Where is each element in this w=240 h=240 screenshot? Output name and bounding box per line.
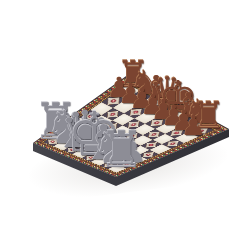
chess-set-photo: ♜♞♝♛♚♝♞♜♟♟♟♟♟♟♟♟♟♟♟♟♟♟♟♟♜♞♝♛♚♝♞♜ <box>0 0 240 240</box>
pieces-layer: ♜♞♝♛♚♝♞♜♟♟♟♟♟♟♟♟♟♟♟♟♟♟♟♟♜♞♝♛♚♝♞♜ <box>0 0 240 240</box>
piece-silver-rook-h1: ♜ <box>99 124 144 175</box>
piece-copper-pawn-h7: ♟ <box>181 112 206 140</box>
